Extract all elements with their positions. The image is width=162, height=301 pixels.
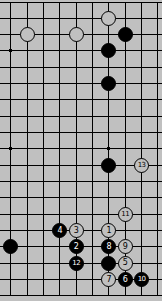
board-cell[interactable] xyxy=(3,190,19,206)
board-cell[interactable] xyxy=(19,10,35,26)
board-cell[interactable] xyxy=(150,92,162,108)
go-stone-black-12[interactable]: 12 xyxy=(69,256,84,271)
board-cell[interactable] xyxy=(133,0,149,10)
board-cell[interactable] xyxy=(150,75,162,91)
board-cell[interactable] xyxy=(35,173,51,189)
board-cell[interactable] xyxy=(52,75,68,91)
board-cell[interactable] xyxy=(52,239,68,255)
board-cell[interactable] xyxy=(35,141,51,157)
board-cell[interactable] xyxy=(35,206,51,222)
board-cell[interactable] xyxy=(133,255,149,271)
board-cell[interactable] xyxy=(52,173,68,189)
board-cell[interactable] xyxy=(84,157,100,173)
board-cell[interactable] xyxy=(68,108,84,124)
board-cell[interactable] xyxy=(101,288,117,301)
board-cell[interactable] xyxy=(3,92,19,108)
board-cell[interactable] xyxy=(133,141,149,157)
board-cell[interactable] xyxy=(150,59,162,75)
board-cell[interactable] xyxy=(150,43,162,59)
board-cell[interactable] xyxy=(68,190,84,206)
board-cell[interactable] xyxy=(150,157,162,173)
board-cell[interactable] xyxy=(3,59,19,75)
board-cell[interactable] xyxy=(35,0,51,10)
board-cell[interactable] xyxy=(150,288,162,301)
board-cell[interactable] xyxy=(3,75,19,91)
board-cell[interactable] xyxy=(101,27,117,43)
board-cell[interactable] xyxy=(19,108,35,124)
board-cell[interactable] xyxy=(68,288,84,301)
board-cell[interactable] xyxy=(84,0,100,10)
board-cell[interactable] xyxy=(52,108,68,124)
board-cell[interactable] xyxy=(35,271,51,287)
board-cell[interactable] xyxy=(101,108,117,124)
board-cell[interactable] xyxy=(3,271,19,287)
board-cell[interactable] xyxy=(150,255,162,271)
board-cell[interactable] xyxy=(68,141,84,157)
board-cell[interactable] xyxy=(3,222,19,238)
go-stone-white[interactable] xyxy=(20,27,35,42)
board-cell[interactable] xyxy=(117,0,133,10)
board-cell[interactable] xyxy=(35,59,51,75)
board-cell[interactable] xyxy=(133,239,149,255)
board-cell[interactable] xyxy=(84,43,100,59)
board-cell[interactable] xyxy=(68,75,84,91)
board-cell[interactable] xyxy=(52,92,68,108)
board-cell[interactable] xyxy=(133,124,149,140)
board-cell[interactable] xyxy=(101,190,117,206)
board-cell[interactable] xyxy=(101,59,117,75)
board-cell[interactable] xyxy=(117,157,133,173)
board-cell[interactable] xyxy=(150,108,162,124)
board-cell[interactable] xyxy=(52,157,68,173)
board-cell[interactable] xyxy=(19,0,35,10)
board-cell[interactable] xyxy=(52,27,68,43)
board-cell[interactable] xyxy=(150,206,162,222)
board-cell[interactable] xyxy=(150,222,162,238)
board-cell[interactable] xyxy=(3,10,19,26)
board-cell[interactable] xyxy=(150,27,162,43)
board-cell[interactable] xyxy=(19,157,35,173)
board-cell[interactable] xyxy=(133,190,149,206)
board-cell[interactable] xyxy=(35,190,51,206)
board-cell[interactable] xyxy=(84,92,100,108)
board-cell[interactable] xyxy=(84,27,100,43)
board-cell[interactable] xyxy=(35,27,51,43)
board-cell[interactable] xyxy=(68,59,84,75)
board-cell[interactable] xyxy=(68,43,84,59)
board-cell[interactable] xyxy=(84,206,100,222)
star-point xyxy=(9,49,12,52)
board-cell[interactable] xyxy=(52,271,68,287)
board-cell[interactable] xyxy=(84,173,100,189)
go-stone-black-6[interactable]: 6 xyxy=(118,272,133,287)
board-cell[interactable] xyxy=(35,43,51,59)
board-cell[interactable] xyxy=(19,239,35,255)
board-cell[interactable] xyxy=(101,124,117,140)
board-cell[interactable] xyxy=(35,10,51,26)
board-cell[interactable] xyxy=(3,157,19,173)
board-cell[interactable] xyxy=(101,0,117,10)
board-cell[interactable] xyxy=(133,43,149,59)
board-cell[interactable] xyxy=(133,75,149,91)
board-cell[interactable] xyxy=(68,173,84,189)
board-cell[interactable] xyxy=(35,92,51,108)
board-cell[interactable] xyxy=(150,0,162,10)
board-cell[interactable] xyxy=(117,288,133,301)
board-cell[interactable] xyxy=(52,288,68,301)
board-cell[interactable] xyxy=(133,206,149,222)
board-cell[interactable] xyxy=(101,206,117,222)
board-cell[interactable] xyxy=(68,157,84,173)
board-cell[interactable] xyxy=(52,10,68,26)
board-cell[interactable] xyxy=(84,141,100,157)
board-cell[interactable] xyxy=(84,124,100,140)
board-cell[interactable] xyxy=(117,173,133,189)
board-cell[interactable] xyxy=(133,59,149,75)
board-cell[interactable] xyxy=(35,124,51,140)
board-cell[interactable] xyxy=(3,0,19,10)
board-cell[interactable] xyxy=(101,92,117,108)
board-cell[interactable] xyxy=(35,255,51,271)
board-cell[interactable] xyxy=(117,222,133,238)
board-cell[interactable] xyxy=(150,124,162,140)
board-cell[interactable] xyxy=(52,206,68,222)
board-cell[interactable] xyxy=(133,288,149,301)
star-point xyxy=(9,147,12,150)
board-cell[interactable] xyxy=(19,43,35,59)
board-cell[interactable] xyxy=(84,10,100,26)
go-stone-white[interactable] xyxy=(69,27,84,42)
board-cell[interactable] xyxy=(3,173,19,189)
board-cell[interactable] xyxy=(35,75,51,91)
board-cell[interactable] xyxy=(101,173,117,189)
board-cell[interactable] xyxy=(52,43,68,59)
board-cell[interactable] xyxy=(84,255,100,271)
board-cell[interactable] xyxy=(3,124,19,140)
go-stone-black[interactable] xyxy=(118,27,133,42)
board-cell[interactable] xyxy=(117,75,133,91)
board-cell[interactable] xyxy=(133,222,149,238)
board-cell[interactable] xyxy=(84,59,100,75)
board-cell[interactable] xyxy=(68,206,84,222)
board-cell[interactable] xyxy=(150,10,162,26)
board-cell[interactable] xyxy=(68,0,84,10)
board-cell[interactable] xyxy=(150,173,162,189)
board-cell[interactable] xyxy=(52,124,68,140)
board-cell[interactable] xyxy=(117,43,133,59)
board-cell[interactable] xyxy=(52,141,68,157)
board-cell[interactable] xyxy=(84,222,100,238)
board-cell[interactable] xyxy=(35,222,51,238)
board-cell[interactable] xyxy=(52,0,68,10)
board-cell[interactable] xyxy=(3,108,19,124)
board-cell[interactable] xyxy=(117,124,133,140)
board-cell[interactable] xyxy=(117,108,133,124)
board-cell[interactable] xyxy=(19,124,35,140)
board-cell[interactable] xyxy=(150,190,162,206)
board-cell[interactable] xyxy=(52,190,68,206)
board-cell[interactable] xyxy=(84,239,100,255)
go-stone-white-11[interactable]: 11 xyxy=(118,207,133,222)
board-cell[interactable] xyxy=(19,222,35,238)
go-stone-white-5[interactable]: 5 xyxy=(118,256,133,271)
board-cell[interactable] xyxy=(133,108,149,124)
board-cell[interactable] xyxy=(68,271,84,287)
board-cell[interactable] xyxy=(117,190,133,206)
board-cell[interactable] xyxy=(52,59,68,75)
board-cell[interactable] xyxy=(150,141,162,157)
board-cell[interactable] xyxy=(117,10,133,26)
board-cell[interactable] xyxy=(19,59,35,75)
board-cell[interactable] xyxy=(19,255,35,271)
go-stone-white-13[interactable]: 13 xyxy=(134,158,149,173)
board-cell[interactable] xyxy=(68,10,84,26)
board-cell[interactable] xyxy=(35,288,51,301)
board-cell[interactable] xyxy=(19,206,35,222)
board-cell[interactable] xyxy=(117,92,133,108)
board-cell[interactable] xyxy=(117,141,133,157)
go-stone-white-3[interactable]: 3 xyxy=(69,223,84,238)
board-cell[interactable] xyxy=(3,288,19,301)
board-cell[interactable] xyxy=(19,92,35,108)
board-cell[interactable] xyxy=(68,92,84,108)
go-board-diagram: 12345678910111213 xyxy=(0,0,162,301)
board-cell[interactable] xyxy=(19,271,35,287)
board-cell[interactable] xyxy=(19,75,35,91)
board-cell[interactable] xyxy=(84,288,100,301)
board-cell[interactable] xyxy=(52,255,68,271)
board-cell[interactable] xyxy=(84,190,100,206)
board-cell[interactable] xyxy=(133,92,149,108)
board-cell[interactable] xyxy=(117,59,133,75)
board-cell[interactable] xyxy=(3,27,19,43)
board-cell[interactable] xyxy=(150,271,162,287)
board-cell[interactable] xyxy=(19,173,35,189)
board-cell[interactable] xyxy=(35,108,51,124)
star-point xyxy=(107,147,110,150)
board-cell[interactable] xyxy=(19,190,35,206)
board-cell[interactable] xyxy=(150,239,162,255)
board-cell[interactable] xyxy=(133,10,149,26)
board-cell[interactable] xyxy=(19,141,35,157)
board-cell[interactable] xyxy=(84,75,100,91)
board-cell[interactable] xyxy=(35,157,51,173)
board-cell[interactable] xyxy=(3,255,19,271)
board-cell[interactable] xyxy=(35,239,51,255)
board-cell[interactable] xyxy=(19,288,35,301)
board-cell[interactable] xyxy=(84,271,100,287)
board-cell[interactable] xyxy=(133,173,149,189)
board-cell[interactable] xyxy=(84,108,100,124)
board-cell[interactable] xyxy=(133,27,149,43)
board-grid: 12345678910111213 xyxy=(0,0,162,301)
board-cell[interactable] xyxy=(68,124,84,140)
board-cell[interactable] xyxy=(3,206,19,222)
